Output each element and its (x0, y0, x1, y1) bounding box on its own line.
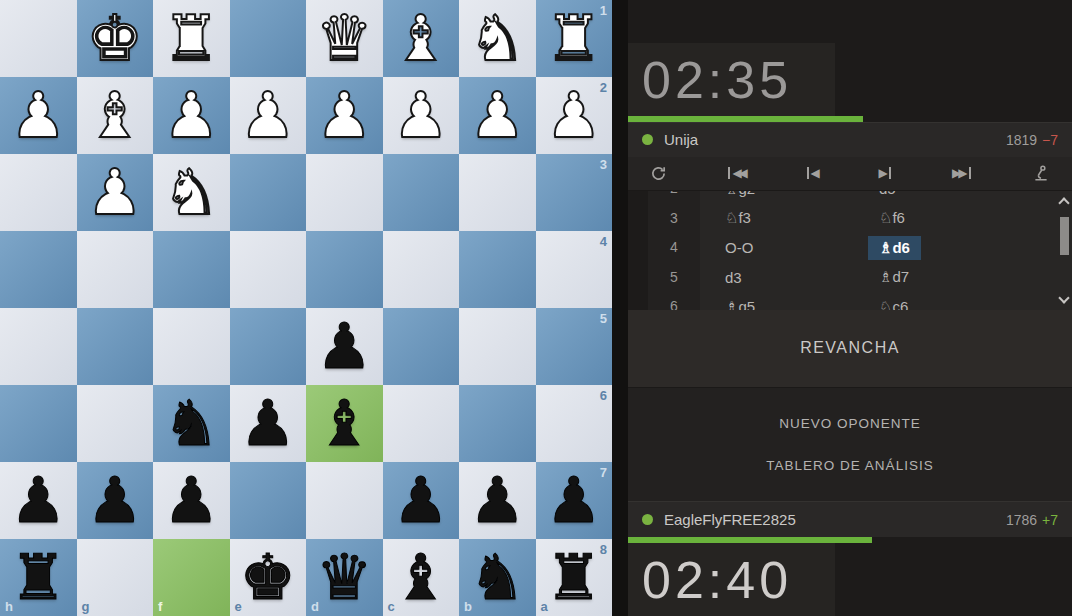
opponent-clock-time: 02:35 (642, 50, 792, 110)
square-b2[interactable]: ♟ (459, 77, 536, 154)
bar-glyph (807, 167, 809, 179)
black-pawn[interactable]: ♟ (10, 462, 66, 539)
go-last-icon[interactable]: ▶▶ (952, 157, 970, 190)
square-a4[interactable]: 4 (536, 231, 613, 308)
right-triangle: ▶ (878, 167, 884, 179)
white-knight[interactable]: ♞ (163, 154, 219, 231)
black-pawn[interactable]: ♟ (393, 462, 449, 539)
opponent-rating-delta: −7 (1042, 132, 1058, 148)
player-rating-bottom: 1786 (1006, 512, 1037, 528)
black-rook[interactable]: ♜ (546, 539, 602, 616)
double-left-triangle: ◀◀ (732, 167, 745, 179)
board-area: ♚♜♛♝♞♜1♟♝♟♟♟♟♟♟2♟♞34♟5♞♟♝6♟♟♟♟♟♟7♜hgf♚e♛… (0, 0, 612, 616)
double-right-triangle: ▶▶ (952, 167, 964, 179)
rank-label-3: 3 (600, 158, 607, 171)
move-number: 2 (648, 191, 700, 204)
white-rook[interactable]: ♜ (163, 0, 219, 77)
square-g8[interactable]: g (77, 539, 154, 616)
square-b3[interactable] (459, 154, 536, 231)
go-previous-icon[interactable]: ◀ (807, 157, 818, 190)
square-f8[interactable]: f (153, 539, 230, 616)
move-row-2: 2♗g2d5 (648, 191, 1058, 204)
square-h5[interactable] (0, 308, 77, 385)
rank-label-5: 5 (600, 312, 607, 325)
square-h1[interactable] (0, 0, 77, 77)
move-black-5[interactable]: ♗d7 (868, 265, 920, 289)
square-a1[interactable]: ♜1 (536, 0, 613, 77)
analysis-microscope-icon[interactable] (1032, 157, 1050, 190)
go-first-icon[interactable]: ◀◀ (728, 157, 745, 190)
move-cell: d3 (700, 266, 858, 289)
white-pawn[interactable]: ♟ (469, 77, 525, 154)
square-g4[interactable] (77, 231, 154, 308)
go-next-icon[interactable]: ▶ (878, 157, 890, 190)
square-e4[interactable] (230, 231, 307, 308)
move-row-3: 3♘f3♘f6 (648, 204, 1058, 234)
game-sidebar: 02:35 Unija 1819 −7 ◀◀ (628, 0, 1072, 616)
black-pawn[interactable]: ♟ (469, 462, 525, 539)
white-pawn[interactable]: ♟ (163, 77, 219, 154)
black-bishop[interactable]: ♝ (316, 385, 372, 462)
square-d5[interactable]: ♟ (306, 308, 383, 385)
square-f6[interactable]: ♞ (153, 385, 230, 462)
square-g6[interactable] (77, 385, 154, 462)
move-list[interactable]: 2♗g2d53♘f3♘f64O-O♗d65d3♗d76♗g5♘c6 (628, 191, 1072, 310)
move-white-2[interactable]: ♗g2 (714, 191, 766, 201)
app-root: ♚♜♛♝♞♜1♟♝♟♟♟♟♟♟2♟♞34♟5♞♟♝6♟♟♟♟♟♟7♜hgf♚e♛… (0, 0, 1072, 616)
black-knight[interactable]: ♞ (469, 539, 525, 616)
move-cell: ♗d7 (858, 265, 1058, 289)
move-number: 5 (648, 263, 700, 293)
scroll-down-icon[interactable] (1058, 292, 1069, 303)
rematch-button[interactable]: REVANCHA (628, 310, 1072, 388)
post-game-options: NUEVO OPONENTE TABLERO DE ANÁLISIS (628, 388, 1072, 501)
black-bishop[interactable]: ♝ (393, 539, 449, 616)
player-bottom-block: EagleFlyFREE2825 1786 +7 02:40 (628, 501, 1072, 616)
scrollbar-thumb[interactable] (1060, 217, 1069, 255)
move-row-5: 5d3♗d7 (648, 263, 1058, 293)
rank-label-7: 7 (600, 466, 607, 479)
square-b8[interactable]: ♞b (459, 539, 536, 616)
square-h4[interactable] (0, 231, 77, 308)
opponent-rating: 1819 (1006, 132, 1037, 148)
player-name-bottom[interactable]: EagleFlyFREE2825 (664, 511, 1006, 528)
square-b4[interactable] (459, 231, 536, 308)
black-rook[interactable]: ♜ (10, 539, 66, 616)
square-g7[interactable]: ♟ (77, 462, 154, 539)
move-cell: ♗d6 (858, 236, 1058, 260)
square-h3[interactable] (0, 154, 77, 231)
move-white-5[interactable]: d3 (714, 266, 753, 289)
move-number: 6 (648, 292, 700, 310)
square-g2[interactable]: ♝ (77, 77, 154, 154)
scroll-up-icon[interactable] (1058, 197, 1069, 208)
opponent-clock-row: 02:35 (628, 43, 1072, 116)
new-opponent-button[interactable]: NUEVO OPONENTE (628, 416, 1072, 431)
player-row-bottom[interactable]: EagleFlyFREE2825 1786 +7 (628, 501, 1072, 537)
white-pawn[interactable]: ♟ (393, 77, 449, 154)
move-cell: O-O (700, 236, 858, 259)
square-g5[interactable] (77, 308, 154, 385)
move-row-4: 4O-O♗d6 (648, 233, 1058, 263)
move-row-6: 6♗g5♘c6 (648, 292, 1058, 310)
file-label-c: c (388, 600, 395, 613)
square-f5[interactable] (153, 308, 230, 385)
square-d4[interactable] (306, 231, 383, 308)
rank-label-4: 4 (600, 235, 607, 248)
square-c2[interactable]: ♟ (383, 77, 460, 154)
move-cell: ♗g5 (700, 295, 858, 310)
rank-label-2: 2 (600, 81, 607, 94)
opponent-clock: 02:35 (628, 43, 835, 116)
black-queen[interactable]: ♛ (316, 539, 372, 616)
move-cell: ♘f3 (700, 206, 858, 230)
black-pawn[interactable]: ♟ (316, 308, 372, 385)
white-queen[interactable]: ♛ (316, 0, 372, 77)
square-f4[interactable] (153, 231, 230, 308)
bar-glyph (728, 167, 730, 179)
file-label-e: e (235, 600, 242, 613)
square-d6[interactable]: ♝ (306, 385, 383, 462)
move-list-scrollbar[interactable] (1058, 191, 1072, 310)
square-g1[interactable]: ♚ (77, 0, 154, 77)
black-pawn[interactable]: ♟ (87, 462, 143, 539)
square-f3[interactable]: ♞ (153, 154, 230, 231)
move-cell: ♘c6 (858, 295, 1058, 310)
move-white-4[interactable]: O-O (714, 236, 764, 259)
move-black-6[interactable]: ♘c6 (868, 295, 919, 310)
square-b6[interactable] (459, 385, 536, 462)
square-a3[interactable]: 3 (536, 154, 613, 231)
square-f7[interactable]: ♟ (153, 462, 230, 539)
rank-label-1: 1 (600, 4, 607, 17)
move-white-6[interactable]: ♗g5 (714, 295, 766, 310)
move-black-4[interactable]: ♗d6 (868, 236, 921, 260)
square-c7[interactable]: ♟ (383, 462, 460, 539)
move-nav-bar: ◀◀ ◀ ▶ ▶▶ (628, 157, 1072, 191)
square-h7[interactable]: ♟ (0, 462, 77, 539)
square-e3[interactable] (230, 154, 307, 231)
opponent-name[interactable]: Unija (664, 131, 1006, 148)
square-a7[interactable]: ♟7 (536, 462, 613, 539)
bar-glyph (889, 167, 891, 179)
online-status-icon (642, 514, 653, 525)
analysis-board-button[interactable]: TABLERO DE ANÁLISIS (628, 458, 1072, 473)
move-list-rows: 2♗g2d53♘f3♘f64O-O♗d65d3♗d76♗g5♘c6 (648, 191, 1058, 310)
square-h6[interactable] (0, 385, 77, 462)
player-rating-delta-bottom: +7 (1042, 512, 1058, 528)
white-king[interactable]: ♚ (87, 0, 143, 77)
square-e5[interactable] (230, 308, 307, 385)
file-label-a: a (541, 600, 548, 613)
square-g3[interactable]: ♟ (77, 154, 154, 231)
square-c4[interactable] (383, 231, 460, 308)
left-triangle: ◀ (811, 167, 818, 179)
board-sidebar-divider (612, 0, 628, 616)
square-e6[interactable]: ♟ (230, 385, 307, 462)
white-knight[interactable]: ♞ (469, 0, 525, 77)
sidebar-top-spacer (628, 0, 1072, 43)
file-label-d: d (311, 600, 319, 613)
white-bishop[interactable]: ♝ (393, 0, 449, 77)
black-king[interactable]: ♚ (240, 539, 296, 616)
move-black-3[interactable]: ♘f6 (868, 206, 916, 230)
white-rook[interactable]: ♜ (546, 0, 602, 77)
square-d7[interactable] (306, 462, 383, 539)
white-pawn[interactable]: ♟ (10, 77, 66, 154)
file-label-b: b (464, 600, 472, 613)
black-pawn[interactable]: ♟ (546, 462, 602, 539)
flip-board-icon[interactable] (650, 157, 667, 190)
square-c6[interactable] (383, 385, 460, 462)
square-e7[interactable] (230, 462, 307, 539)
bar-glyph (969, 167, 971, 179)
move-number: 3 (648, 204, 700, 234)
square-c3[interactable] (383, 154, 460, 231)
file-label-h: h (5, 600, 13, 613)
square-d1[interactable]: ♛ (306, 0, 383, 77)
white-pawn[interactable]: ♟ (87, 154, 143, 231)
square-b7[interactable]: ♟ (459, 462, 536, 539)
white-pawn[interactable]: ♟ (316, 77, 372, 154)
player-clock: 02:40 (628, 543, 835, 616)
black-pawn[interactable]: ♟ (240, 385, 296, 462)
square-e2[interactable]: ♟ (230, 77, 307, 154)
square-a2[interactable]: ♟2 (536, 77, 613, 154)
square-e1[interactable] (230, 0, 307, 77)
black-knight[interactable]: ♞ (163, 385, 219, 462)
move-white-3[interactable]: ♘f3 (714, 206, 762, 230)
black-pawn[interactable]: ♟ (163, 462, 219, 539)
square-a6[interactable]: 6 (536, 385, 613, 462)
rematch-label: REVANCHA (800, 339, 900, 357)
white-pawn[interactable]: ♟ (546, 77, 602, 154)
square-f2[interactable]: ♟ (153, 77, 230, 154)
file-label-f: f (158, 600, 162, 613)
move-number: 4 (648, 233, 700, 263)
online-status-icon (642, 134, 653, 145)
square-b1[interactable]: ♞ (459, 0, 536, 77)
move-black-2[interactable]: d5 (868, 191, 907, 200)
square-d8[interactable]: ♛d (306, 539, 383, 616)
square-a8[interactable]: ♜8a (536, 539, 613, 616)
square-b5[interactable] (459, 308, 536, 385)
chess-board: ♚♜♛♝♞♜1♟♝♟♟♟♟♟♟2♟♞34♟5♞♟♝6♟♟♟♟♟♟7♜hgf♚e♛… (0, 0, 612, 616)
rank-label-6: 6 (600, 389, 607, 402)
square-d2[interactable]: ♟ (306, 77, 383, 154)
move-cell: ♘f6 (858, 206, 1058, 230)
square-h2[interactable]: ♟ (0, 77, 77, 154)
player-clock-row: 02:40 (628, 543, 1072, 616)
square-c1[interactable]: ♝ (383, 0, 460, 77)
square-c8[interactable]: ♝c (383, 539, 460, 616)
player-clock-time: 02:40 (642, 550, 792, 610)
move-cell: ♗g2 (700, 191, 858, 201)
square-h8[interactable]: ♜h (0, 539, 77, 616)
square-d3[interactable] (306, 154, 383, 231)
square-e8[interactable]: ♚e (230, 539, 307, 616)
white-pawn[interactable]: ♟ (240, 77, 296, 154)
move-list-margin (628, 191, 648, 310)
rank-label-8: 8 (600, 543, 607, 556)
square-f1[interactable]: ♜ (153, 0, 230, 77)
white-bishop[interactable]: ♝ (87, 77, 143, 154)
square-c5[interactable] (383, 308, 460, 385)
move-cell: d5 (858, 191, 1058, 200)
file-label-g: g (82, 600, 90, 613)
square-a5[interactable]: 5 (536, 308, 613, 385)
opponent-player-row[interactable]: Unija 1819 −7 (628, 122, 1072, 156)
